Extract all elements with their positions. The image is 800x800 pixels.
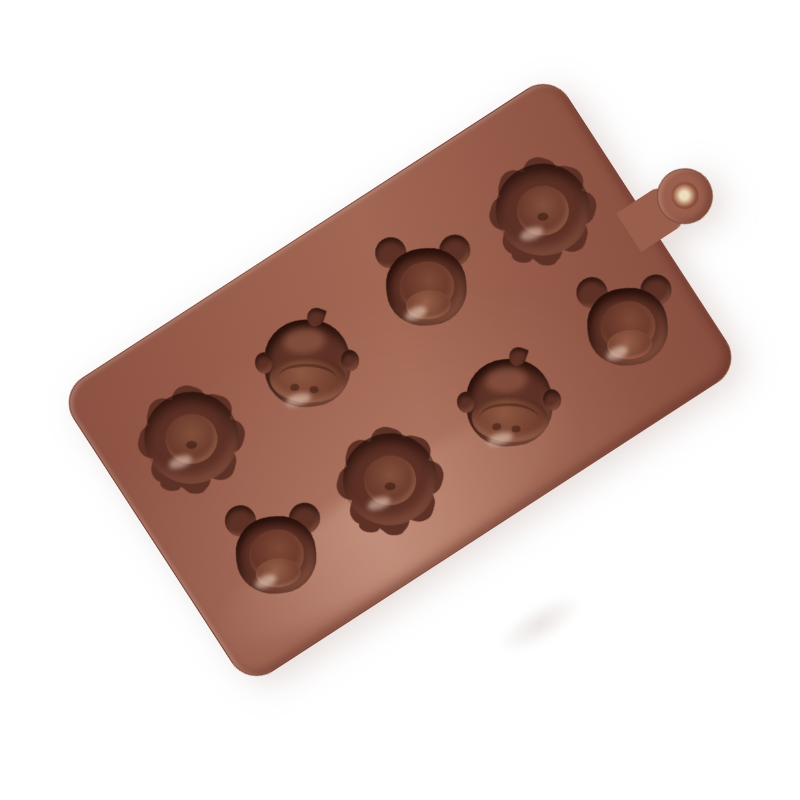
- cavity-hippo-r0c1: [247, 302, 366, 421]
- hanging-hole: [666, 177, 703, 214]
- cavity-hippo-r1c2: [449, 341, 568, 460]
- cavity-bear-r0c2: [367, 225, 486, 344]
- cavity-lion-r0c0: [132, 377, 251, 496]
- cavity-bear-r1c0: [216, 493, 335, 612]
- cavity-lion-r0c3: [483, 149, 602, 268]
- photo-background: [0, 0, 800, 800]
- cast-shadow: [490, 584, 591, 664]
- cavity-bear-r1c3: [568, 265, 687, 384]
- cavity-lion-r1c1: [330, 419, 449, 538]
- silicone-chocolate-mold: [57, 73, 742, 688]
